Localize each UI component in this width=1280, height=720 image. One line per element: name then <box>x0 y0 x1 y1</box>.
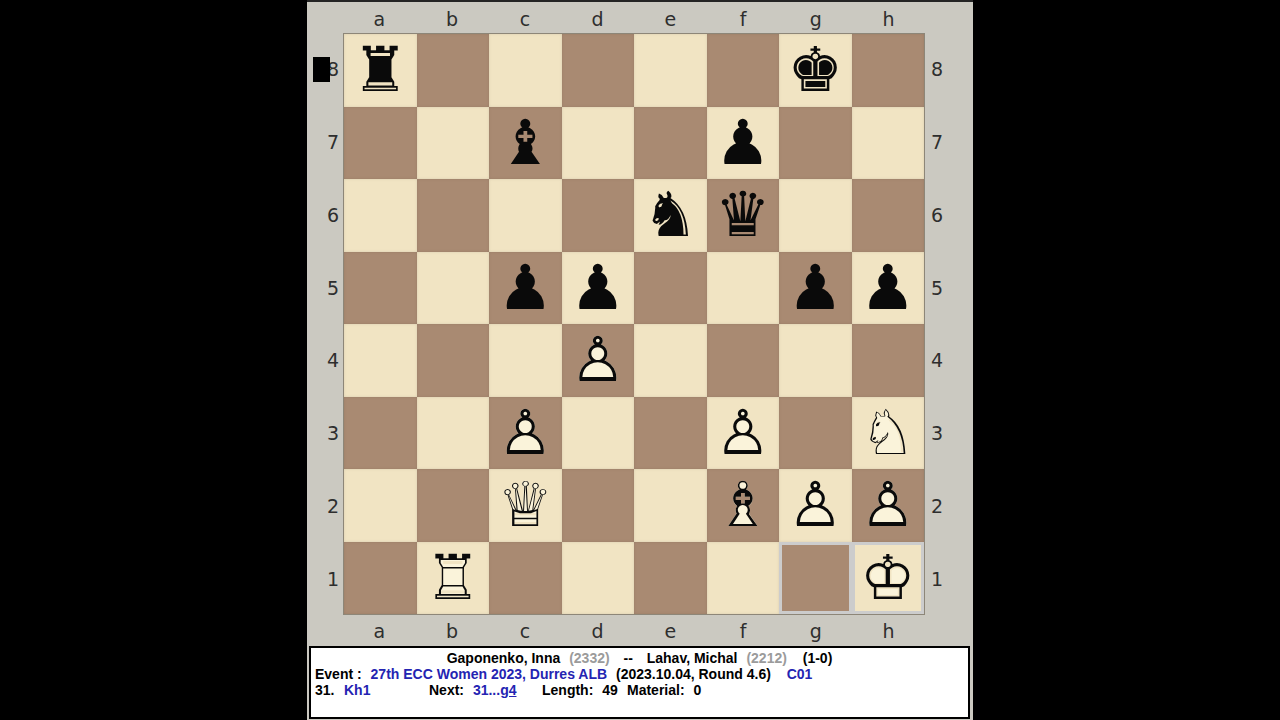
square-d2[interactable] <box>562 469 635 542</box>
rank-label-4: 4 <box>324 324 342 397</box>
piece-white-pawn: ♟♙ <box>779 469 851 541</box>
piece-black-king: ♚ <box>779 34 851 106</box>
file-label-g: g <box>780 6 853 32</box>
file-label-a: a <box>343 6 416 32</box>
chess-app-content: abcdefgh 87654321 ♜♚♝♟♞♛♟♟♟♟♟♙♟♙♟♙♞♘♛♕♝♗… <box>307 0 973 720</box>
piece-black-pawn: ♟ <box>852 252 924 324</box>
material-value: 0 <box>693 682 701 698</box>
square-h5[interactable]: ♟ <box>852 252 925 325</box>
rank-label-7: 7 <box>928 106 946 179</box>
square-b6[interactable] <box>417 179 490 252</box>
video-frame: abcdefgh 87654321 ♜♚♝♟♞♛♟♟♟♟♟♙♟♙♟♙♞♘♛♕♝♗… <box>0 0 1280 720</box>
rank-labels-right: 87654321 <box>928 33 946 615</box>
length-label: Length: <box>542 682 593 698</box>
piece-white-king: ♚♔ <box>852 542 924 614</box>
event-label: Event : <box>315 666 362 682</box>
square-f6[interactable]: ♛ <box>707 179 780 252</box>
piece-white-pawn: ♟♙ <box>562 324 634 396</box>
file-label-b: b <box>416 618 489 644</box>
square-d8[interactable] <box>562 34 635 107</box>
letterbox-right <box>973 0 1280 720</box>
file-label-b: b <box>416 6 489 32</box>
black-player-name: Lahav, Michal <box>647 650 738 666</box>
square-a7[interactable] <box>344 107 417 180</box>
square-a2[interactable] <box>344 469 417 542</box>
rank-label-5: 5 <box>928 251 946 324</box>
square-e2[interactable] <box>634 469 707 542</box>
square-b3[interactable] <box>417 397 490 470</box>
rank-label-2: 2 <box>928 470 946 543</box>
square-g3[interactable] <box>779 397 852 470</box>
square-f8[interactable] <box>707 34 780 107</box>
square-f3[interactable]: ♟♙ <box>707 397 780 470</box>
square-e7[interactable] <box>634 107 707 180</box>
letterbox-left <box>0 0 307 720</box>
square-g7[interactable] <box>779 107 852 180</box>
rank-label-4: 4 <box>928 324 946 397</box>
square-b5[interactable] <box>417 252 490 325</box>
move-line: 31. Kh1 Next: 31...g4 Length: 49 Materia… <box>311 682 968 698</box>
piece-black-pawn: ♟ <box>779 252 851 324</box>
square-g2[interactable]: ♟♙ <box>779 469 852 542</box>
event-name[interactable]: 27th ECC Women 2023, Durres ALB <box>371 666 608 682</box>
square-f4[interactable] <box>707 324 780 397</box>
rank-label-5: 5 <box>324 251 342 324</box>
square-g8[interactable]: ♚ <box>779 34 852 107</box>
file-label-e: e <box>634 6 707 32</box>
square-c4[interactable] <box>489 324 562 397</box>
square-c8[interactable] <box>489 34 562 107</box>
chess-board: ♜♚♝♟♞♛♟♟♟♟♟♙♟♙♟♙♞♘♛♕♝♗♟♙♟♙♜♖♚♔ <box>343 33 925 615</box>
square-d6[interactable] <box>562 179 635 252</box>
square-f7[interactable]: ♟ <box>707 107 780 180</box>
square-d4[interactable]: ♟♙ <box>562 324 635 397</box>
next-move-group: Next: 31...g4 <box>429 682 517 698</box>
square-f5[interactable] <box>707 252 780 325</box>
piece-white-pawn: ♟♙ <box>852 469 924 541</box>
square-a8[interactable]: ♜ <box>344 34 417 107</box>
square-a5[interactable] <box>344 252 417 325</box>
square-e3[interactable] <box>634 397 707 470</box>
rank-label-3: 3 <box>324 397 342 470</box>
players-line: Gaponenko, Inna (2332) -- Lahav, Michal … <box>311 650 968 666</box>
rank-label-8: 8 <box>928 33 946 106</box>
square-g4[interactable] <box>779 324 852 397</box>
square-b7[interactable] <box>417 107 490 180</box>
square-g1[interactable] <box>779 542 852 615</box>
square-d1[interactable] <box>562 542 635 615</box>
event-date-round: (2023.10.04, Round 4.6) <box>616 666 771 682</box>
square-h4[interactable] <box>852 324 925 397</box>
square-g6[interactable] <box>779 179 852 252</box>
piece-black-pawn: ♟ <box>562 252 634 324</box>
square-c2[interactable]: ♛♕ <box>489 469 562 542</box>
black-to-move-indicator <box>313 57 330 82</box>
square-c1[interactable] <box>489 542 562 615</box>
file-label-h: h <box>852 6 925 32</box>
square-c6[interactable] <box>489 179 562 252</box>
piece-white-pawn: ♟♙ <box>489 397 561 469</box>
rank-label-2: 2 <box>324 470 342 543</box>
event-line: Event : 27th ECC Women 2023, Durres ALB … <box>311 666 968 682</box>
info-panel: Gaponenko, Inna (2332) -- Lahav, Michal … <box>309 646 970 719</box>
square-h6[interactable] <box>852 179 925 252</box>
square-e6[interactable]: ♞ <box>634 179 707 252</box>
piece-white-pawn: ♟♙ <box>707 397 779 469</box>
file-label-h: h <box>852 618 925 644</box>
file-label-c: c <box>489 618 562 644</box>
file-label-a: a <box>343 618 416 644</box>
square-a1[interactable] <box>344 542 417 615</box>
black-player-rating: (2212) <box>746 650 786 666</box>
file-labels-bottom: abcdefgh <box>343 618 925 644</box>
length-value: 49 <box>602 682 618 698</box>
move-number: 31. <box>315 682 334 698</box>
square-e4[interactable] <box>634 324 707 397</box>
rank-label-1: 1 <box>928 542 946 615</box>
file-label-c: c <box>489 6 562 32</box>
current-move[interactable]: Kh1 <box>344 682 370 698</box>
file-label-g: g <box>780 618 853 644</box>
square-f1[interactable] <box>707 542 780 615</box>
square-b4[interactable] <box>417 324 490 397</box>
square-a3[interactable] <box>344 397 417 470</box>
square-h2[interactable]: ♟♙ <box>852 469 925 542</box>
material-group: Material: 0 <box>627 682 701 698</box>
file-label-f: f <box>707 618 780 644</box>
file-label-f: f <box>707 6 780 32</box>
eco-code[interactable]: C01 <box>787 666 813 682</box>
rank-label-6: 6 <box>928 179 946 252</box>
piece-black-pawn: ♟ <box>489 252 561 324</box>
file-label-d: d <box>561 6 634 32</box>
piece-black-queen: ♛ <box>707 179 779 251</box>
game-result: (1-0) <box>803 650 833 666</box>
white-player-rating: (2332) <box>569 650 609 666</box>
square-b2[interactable] <box>417 469 490 542</box>
file-labels-top: abcdefgh <box>343 6 925 32</box>
square-e5[interactable] <box>634 252 707 325</box>
piece-white-bishop: ♝♗ <box>707 469 779 541</box>
square-b1[interactable]: ♜♖ <box>417 542 490 615</box>
square-d5[interactable]: ♟ <box>562 252 635 325</box>
rank-label-1: 1 <box>324 542 342 615</box>
square-e1[interactable] <box>634 542 707 615</box>
square-h1[interactable]: ♚♔ <box>852 542 925 615</box>
square-h8[interactable] <box>852 34 925 107</box>
square-h7[interactable] <box>852 107 925 180</box>
rank-label-7: 7 <box>324 106 342 179</box>
square-a6[interactable] <box>344 179 417 252</box>
square-d3[interactable] <box>562 397 635 470</box>
square-c7[interactable]: ♝ <box>489 107 562 180</box>
rank-label-3: 3 <box>928 397 946 470</box>
material-label: Material: <box>627 682 685 698</box>
square-c5[interactable]: ♟ <box>489 252 562 325</box>
rank-label-6: 6 <box>324 179 342 252</box>
piece-white-rook: ♜♖ <box>417 542 489 614</box>
square-g5[interactable]: ♟ <box>779 252 852 325</box>
rank-labels-left: 87654321 <box>324 33 342 615</box>
next-label: Next: <box>429 682 464 698</box>
file-label-d: d <box>561 618 634 644</box>
players-separator: -- <box>624 650 633 666</box>
piece-white-knight: ♞♘ <box>852 397 924 469</box>
square-a4[interactable] <box>344 324 417 397</box>
length-group: Length: 49 <box>542 682 618 698</box>
white-player-name: Gaponenko, Inna <box>447 650 561 666</box>
piece-black-pawn: ♟ <box>707 107 779 179</box>
file-label-e: e <box>634 618 707 644</box>
square-d7[interactable] <box>562 107 635 180</box>
piece-black-knight: ♞ <box>634 179 706 251</box>
piece-black-bishop: ♝ <box>489 107 561 179</box>
square-h3[interactable]: ♞♘ <box>852 397 925 470</box>
piece-white-queen: ♛♕ <box>489 469 561 541</box>
piece-black-rook: ♜ <box>344 34 416 106</box>
square-b8[interactable] <box>417 34 490 107</box>
square-f2[interactable]: ♝♗ <box>707 469 780 542</box>
square-e8[interactable] <box>634 34 707 107</box>
square-c3[interactable]: ♟♙ <box>489 397 562 470</box>
next-move[interactable]: 31...g4 <box>473 682 517 698</box>
